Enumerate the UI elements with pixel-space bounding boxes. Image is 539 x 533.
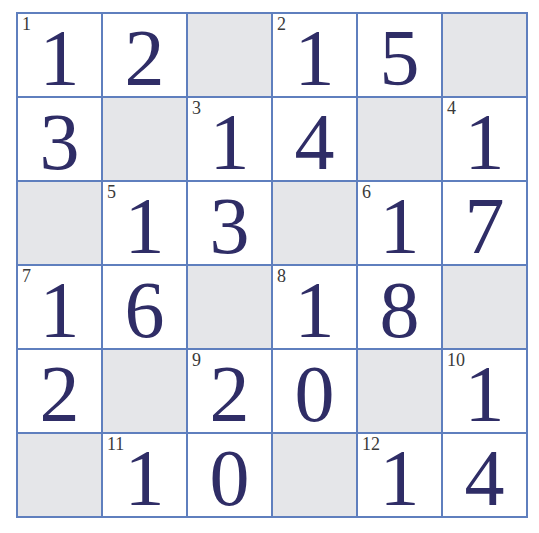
cell-r5c6[interactable]: 10 1 — [443, 350, 526, 432]
cell-r2c3[interactable]: 3 1 — [188, 98, 271, 180]
cell-value: 2 — [40, 354, 80, 432]
clue-7: 7 — [22, 267, 31, 285]
cell-r2c4[interactable]: 4 — [273, 98, 356, 180]
cell-r1c1[interactable]: 1 1 — [18, 14, 101, 96]
clue-8: 8 — [277, 267, 286, 285]
cell-r3c3[interactable]: 3 — [188, 182, 271, 264]
clue-3: 3 — [192, 99, 201, 117]
clue-9: 9 — [192, 351, 201, 369]
cell-r6c1-block — [18, 434, 101, 516]
cell-r1c2[interactable]: 2 — [103, 14, 186, 96]
cell-r2c2-block — [103, 98, 186, 180]
cell-value: 0 — [295, 354, 335, 432]
cell-r3c5[interactable]: 6 1 — [358, 182, 441, 264]
cell-r2c6[interactable]: 4 1 — [443, 98, 526, 180]
cell-r1c4[interactable]: 2 1 — [273, 14, 356, 96]
cell-r5c1[interactable]: 2 — [18, 350, 101, 432]
cell-value: 1 — [40, 270, 80, 348]
clue-1: 1 — [22, 15, 31, 33]
cell-value: 4 — [295, 102, 335, 180]
cell-value: 0 — [210, 438, 250, 516]
cell-value: 8 — [380, 270, 420, 348]
cell-value: 1 — [210, 102, 250, 180]
cell-r6c6[interactable]: 4 — [443, 434, 526, 516]
cell-r5c4[interactable]: 0 — [273, 350, 356, 432]
cell-value: 1 — [465, 102, 505, 180]
cell-value: 3 — [210, 186, 250, 264]
cell-r6c2[interactable]: 11 1 — [103, 434, 186, 516]
cell-r4c6-block — [443, 266, 526, 348]
puzzle-board: 1 1 2 2 1 5 3 3 1 4 4 1 5 1 3 6 1 7 — [16, 12, 528, 518]
cell-r6c4-block — [273, 434, 356, 516]
cell-r4c1[interactable]: 7 1 — [18, 266, 101, 348]
cell-value: 1 — [380, 186, 420, 264]
cell-r2c1[interactable]: 3 — [18, 98, 101, 180]
clue-10: 10 — [447, 351, 465, 369]
cell-value: 1 — [465, 354, 505, 432]
cell-r6c5[interactable]: 12 1 — [358, 434, 441, 516]
clue-2: 2 — [277, 15, 286, 33]
clue-12: 12 — [362, 435, 380, 453]
cell-r5c3[interactable]: 9 2 — [188, 350, 271, 432]
clue-5: 5 — [107, 183, 116, 201]
cell-value: 3 — [40, 102, 80, 180]
cell-r4c4[interactable]: 8 1 — [273, 266, 356, 348]
cell-value: 4 — [465, 438, 505, 516]
clue-4: 4 — [447, 99, 456, 117]
cell-value: 2 — [125, 18, 165, 96]
cell-value: 1 — [40, 18, 80, 96]
cell-r3c4-block — [273, 182, 356, 264]
cell-value: 1 — [295, 18, 335, 96]
cell-value: 1 — [295, 270, 335, 348]
cell-value: 1 — [125, 438, 165, 516]
cell-value: 1 — [125, 186, 165, 264]
cell-value: 1 — [380, 438, 420, 516]
cell-r5c5-block — [358, 350, 441, 432]
clue-11: 11 — [107, 435, 124, 453]
cell-r2c5-block — [358, 98, 441, 180]
cell-r1c3-block — [188, 14, 271, 96]
clue-6: 6 — [362, 183, 371, 201]
cell-r1c6-block — [443, 14, 526, 96]
cell-value: 5 — [380, 18, 420, 96]
cell-r4c5[interactable]: 8 — [358, 266, 441, 348]
cell-r3c1-block — [18, 182, 101, 264]
cell-r1c5[interactable]: 5 — [358, 14, 441, 96]
cell-value: 6 — [125, 270, 165, 348]
cell-r6c3[interactable]: 0 — [188, 434, 271, 516]
cell-r3c2[interactable]: 5 1 — [103, 182, 186, 264]
cell-r4c2[interactable]: 6 — [103, 266, 186, 348]
cell-r5c2-block — [103, 350, 186, 432]
cell-r3c6[interactable]: 7 — [443, 182, 526, 264]
cell-value: 2 — [210, 354, 250, 432]
cell-value: 7 — [465, 186, 505, 264]
cell-r4c3-block — [188, 266, 271, 348]
